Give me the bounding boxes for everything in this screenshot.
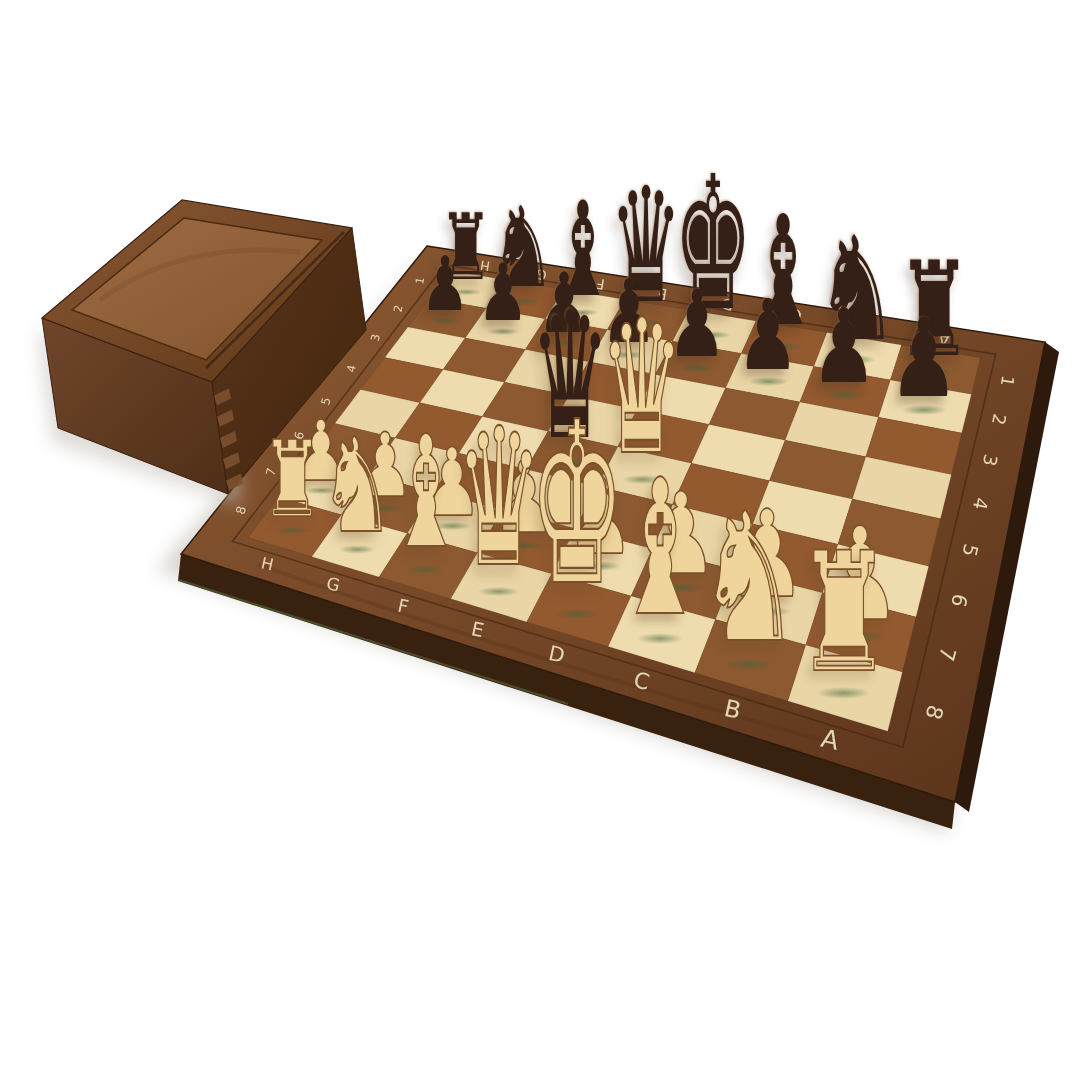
chess-set-product-photo: HGFEDCBAHGFEDCBA1234567812345678♜♞♝♚♛♝♞♜… <box>0 0 1080 1080</box>
board-svg: HGFEDCBAHGFEDCBA1234567812345678 <box>0 0 1080 1080</box>
